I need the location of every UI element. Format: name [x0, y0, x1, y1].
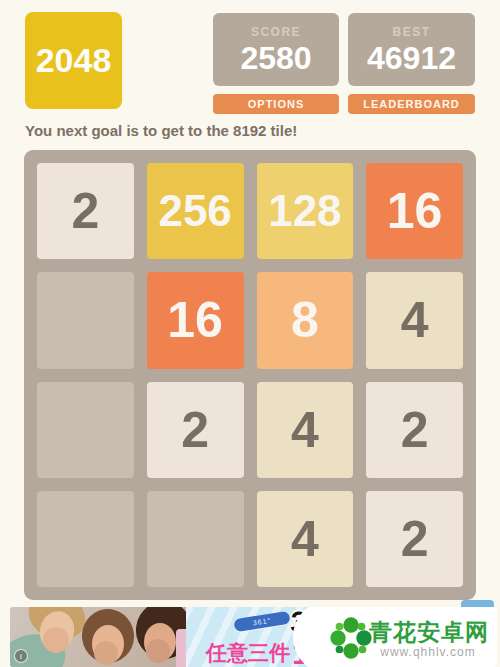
tile-4-r4c3: 4 — [257, 491, 354, 587]
best-label: BEST — [392, 25, 430, 39]
ad-info-icon[interactable]: i — [14, 649, 28, 663]
game-logo: 2048 — [25, 12, 122, 109]
ad-ribbon: 361° — [233, 611, 290, 633]
tile-128-r1c3: 128 — [257, 163, 354, 259]
ad-photo: i — [10, 607, 186, 667]
photo-hand-shape — [146, 639, 170, 663]
photo-hand-shape — [43, 627, 69, 653]
tile-8-r2c3: 8 — [257, 272, 354, 368]
tile-2-r4c4: 2 — [366, 491, 463, 587]
empty-cell-r3c1 — [37, 382, 134, 478]
site-logo-icon — [327, 614, 375, 662]
tile-2-r3c2: 2 — [147, 382, 244, 478]
tile-16-r2c2: 16 — [147, 272, 244, 368]
best-value: 46912 — [367, 42, 456, 74]
tile-256-r1c2: 256 — [147, 163, 244, 259]
goal-text: You next goal is to get to the 8192 tile… — [25, 122, 297, 139]
photo-hand-shape — [94, 641, 118, 665]
board[interactable]: 225612816168424242 — [24, 150, 476, 600]
photo-pillow-shape — [176, 629, 186, 667]
score-box: SCORE 2580 — [213, 13, 339, 86]
score-label: SCORE — [251, 25, 301, 39]
options-button[interactable]: OPTIONS — [213, 94, 339, 114]
site-url: www.qhhlv.com — [369, 645, 487, 659]
tile-4-r3c3: 4 — [257, 382, 354, 478]
best-box: BEST 46912 — [348, 13, 475, 86]
game-screen: 2048 SCORE 2580 BEST 46912 OPTIONS LEADE… — [0, 0, 500, 667]
tile-2-r1c1: 2 — [37, 163, 134, 259]
score-value: 2580 — [240, 42, 311, 74]
tile-4-r2c4: 4 — [366, 272, 463, 368]
tile-2-r3c4: 2 — [366, 382, 463, 478]
ad-promo-characters: 任意三件 — [206, 641, 290, 664]
leaderboard-button[interactable]: LEADERBOARD — [348, 94, 475, 114]
ad-banner[interactable]: i 361° 361 任意三件10 青花安卓网 www.qhhlv.com — [10, 607, 497, 667]
tile-16-r1c4: 16 — [366, 163, 463, 259]
empty-cell-r4c2 — [147, 491, 244, 587]
empty-cell-r2c1 — [37, 272, 134, 368]
empty-cell-r4c1 — [37, 491, 134, 587]
site-name: 青花安卓网 — [369, 617, 487, 648]
